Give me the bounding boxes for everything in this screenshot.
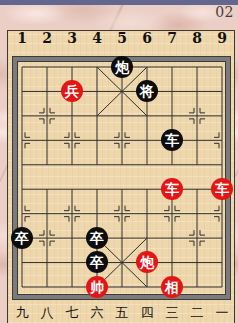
file-labels-top: 123456789 [10,31,235,46]
piece-red-cannon[interactable]: 炮 [136,251,158,273]
file-label: 7 [160,31,185,46]
file-label: 九 [10,305,35,321]
piece-red-chariot[interactable]: 车 [211,178,233,200]
piece-red-elephant[interactable]: 相 [161,276,183,298]
file-label: 6 [135,31,160,46]
piece-black-soldier[interactable]: 卒 [11,227,33,249]
piece-black-general[interactable]: 将 [136,80,158,102]
file-label: 三 [160,305,185,321]
file-label: 四 [135,305,160,321]
app-window: 02 123456789 炮兵将车车车卒卒卒炮帅相 九八七六五四三二一 [0,0,238,323]
piece-black-cannon[interactable]: 炮 [111,56,133,78]
puzzle-number: 02 [215,4,234,20]
file-label: 9 [210,31,235,46]
file-labels-bottom: 九八七六五四三二一 [10,305,235,321]
piece-black-soldier[interactable]: 卒 [86,251,108,273]
file-label: 2 [35,31,60,46]
file-label: 一 [210,305,235,321]
marble-frame-right [235,30,238,323]
piece-red-soldier[interactable]: 兵 [61,80,83,102]
file-label: 八 [35,305,60,321]
marble-frame-top [0,5,238,30]
xiangqi-board[interactable]: 炮兵将车车车卒卒卒炮帅相 [10,55,235,299]
piece-black-soldier[interactable]: 卒 [86,227,108,249]
piece-black-chariot[interactable]: 车 [161,129,183,151]
marble-frame-left [0,30,7,323]
piece-red-chariot[interactable]: 车 [161,178,183,200]
file-label: 1 [10,31,35,46]
file-label: 5 [110,31,135,46]
file-label: 五 [110,305,135,321]
file-label: 二 [185,305,210,321]
file-label: 3 [60,31,85,46]
file-label: 4 [85,31,110,46]
file-label: 七 [60,305,85,321]
file-label: 8 [185,31,210,46]
file-label: 六 [85,305,110,321]
piece-red-general[interactable]: 帅 [86,276,108,298]
